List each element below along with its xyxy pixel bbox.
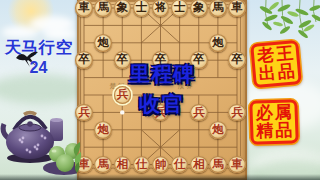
caption-line2: 收官 (139, 90, 185, 118)
xiangqi-piece-black[interactable]: 士 (171, 0, 189, 17)
xiangqi-piece-red[interactable]: 炮 (209, 121, 227, 139)
xiangqi-piece-red[interactable]: 車 (228, 156, 246, 174)
xiangqi-piece-black[interactable]: 象 (114, 0, 132, 17)
xiangqi-piece-black[interactable]: 炮 (94, 34, 112, 52)
xiangqi-piece-red[interactable]: 兵 (190, 104, 208, 122)
xiangqi-piece-black[interactable]: 卒 (75, 51, 93, 69)
xiangqi-piece-black[interactable]: 象 (190, 0, 208, 17)
teapot-scene (0, 92, 78, 180)
xiangqi-piece-red[interactable]: 馬 (209, 156, 227, 174)
xiangqi-piece-black[interactable]: 車 (75, 0, 93, 17)
seal-char: 必 (255, 104, 273, 122)
thumbnail-canvas: 天马行空 24 (0, 0, 320, 180)
seal-laowang-chupin: 老 王 出 品 (250, 40, 302, 88)
bottom-vignette (0, 174, 320, 180)
xiangqi-piece-black[interactable]: 車 (228, 0, 246, 17)
xiangqi-piece-red[interactable]: 兵 (228, 104, 246, 122)
xiangqi-piece-black[interactable]: 馬 (209, 0, 227, 17)
seal-bishu-jingpin: 必 属 精 品 (249, 99, 298, 144)
xiangqi-piece-black[interactable]: 卒 (228, 51, 246, 69)
xiangqi-piece-black[interactable]: 炮 (209, 34, 227, 52)
episode-number: 24 (0, 59, 77, 77)
xiangqi-piece-red[interactable]: 馬 (94, 156, 112, 174)
seal-char: 属 (274, 103, 292, 121)
seal-char: 品 (277, 62, 295, 81)
xiangqi-piece-black[interactable]: 士 (133, 0, 151, 17)
xiangqi-piece-red[interactable]: 炮 (94, 121, 112, 139)
xiangqi-piece-red[interactable]: 相 (190, 156, 208, 174)
xiangqi-piece-black[interactable]: 馬 (94, 0, 112, 17)
seal-char: 品 (275, 121, 293, 139)
xiangqi-piece-black[interactable]: 将 (152, 0, 170, 17)
plant-leaves (68, 140, 82, 174)
xiangqi-piece-red[interactable]: 兵 (75, 104, 93, 122)
seal-char: 精 (256, 122, 274, 140)
seal-char: 出 (258, 64, 276, 83)
caption-line1: 里程碑 (129, 60, 195, 88)
xiangqi-piece-red[interactable]: 兵 (114, 86, 132, 104)
